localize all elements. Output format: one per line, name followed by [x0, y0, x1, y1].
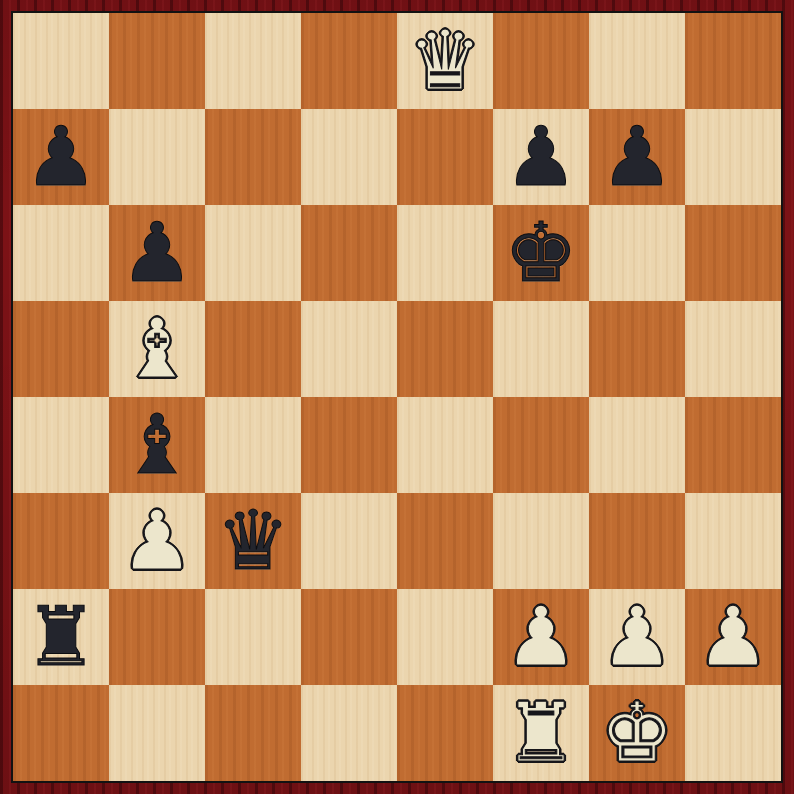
- chess-board-frame: ♛♟♟♟♟♚♝♝♟♛♜♟♟♟♜♚: [0, 0, 794, 794]
- square-d8[interactable]: [301, 13, 397, 109]
- square-a2[interactable]: ♜: [13, 589, 109, 685]
- piece-white-pawn-b3[interactable]: ♟: [120, 493, 194, 589]
- piece-white-rook-f1[interactable]: ♜: [504, 685, 578, 781]
- square-d5[interactable]: [301, 301, 397, 397]
- square-h5[interactable]: [685, 301, 781, 397]
- square-d6[interactable]: [301, 205, 397, 301]
- square-f3[interactable]: [493, 493, 589, 589]
- square-h6[interactable]: [685, 205, 781, 301]
- square-f7[interactable]: ♟: [493, 109, 589, 205]
- square-e8[interactable]: ♛: [397, 13, 493, 109]
- piece-white-pawn-g2[interactable]: ♟: [600, 589, 674, 685]
- square-g1[interactable]: ♚: [589, 685, 685, 781]
- square-f6[interactable]: ♚: [493, 205, 589, 301]
- square-d2[interactable]: [301, 589, 397, 685]
- square-a6[interactable]: [13, 205, 109, 301]
- square-e6[interactable]: [397, 205, 493, 301]
- square-g4[interactable]: [589, 397, 685, 493]
- square-d1[interactable]: [301, 685, 397, 781]
- piece-black-pawn-a7[interactable]: ♟: [24, 109, 98, 205]
- square-e5[interactable]: [397, 301, 493, 397]
- square-b4[interactable]: ♝: [109, 397, 205, 493]
- piece-black-rook-a2[interactable]: ♜: [24, 589, 98, 685]
- square-g3[interactable]: [589, 493, 685, 589]
- square-b7[interactable]: [109, 109, 205, 205]
- square-e2[interactable]: [397, 589, 493, 685]
- piece-black-king-f6[interactable]: ♚: [504, 205, 578, 301]
- square-g5[interactable]: [589, 301, 685, 397]
- square-h4[interactable]: [685, 397, 781, 493]
- square-b5[interactable]: ♝: [109, 301, 205, 397]
- square-a5[interactable]: [13, 301, 109, 397]
- square-g2[interactable]: ♟: [589, 589, 685, 685]
- square-b8[interactable]: [109, 13, 205, 109]
- square-c1[interactable]: [205, 685, 301, 781]
- square-b6[interactable]: ♟: [109, 205, 205, 301]
- square-d7[interactable]: [301, 109, 397, 205]
- square-e7[interactable]: [397, 109, 493, 205]
- piece-white-king-g1[interactable]: ♚: [600, 685, 674, 781]
- square-c4[interactable]: [205, 397, 301, 493]
- piece-black-queen-c3[interactable]: ♛: [216, 493, 290, 589]
- square-c6[interactable]: [205, 205, 301, 301]
- square-e3[interactable]: [397, 493, 493, 589]
- piece-white-pawn-f2[interactable]: ♟: [504, 589, 578, 685]
- chess-board: ♛♟♟♟♟♚♝♝♟♛♜♟♟♟♜♚: [11, 11, 783, 783]
- square-f8[interactable]: [493, 13, 589, 109]
- square-e1[interactable]: [397, 685, 493, 781]
- piece-white-bishop-b5[interactable]: ♝: [120, 301, 194, 397]
- square-g7[interactable]: ♟: [589, 109, 685, 205]
- square-c2[interactable]: [205, 589, 301, 685]
- piece-black-pawn-g7[interactable]: ♟: [600, 109, 674, 205]
- square-f5[interactable]: [493, 301, 589, 397]
- square-a4[interactable]: [13, 397, 109, 493]
- square-h8[interactable]: [685, 13, 781, 109]
- square-g6[interactable]: [589, 205, 685, 301]
- square-f2[interactable]: ♟: [493, 589, 589, 685]
- square-f1[interactable]: ♜: [493, 685, 589, 781]
- square-a1[interactable]: [13, 685, 109, 781]
- square-c7[interactable]: [205, 109, 301, 205]
- piece-white-pawn-h2[interactable]: ♟: [696, 589, 770, 685]
- square-b1[interactable]: [109, 685, 205, 781]
- square-c5[interactable]: [205, 301, 301, 397]
- square-h2[interactable]: ♟: [685, 589, 781, 685]
- square-b3[interactable]: ♟: [109, 493, 205, 589]
- piece-black-bishop-b4[interactable]: ♝: [120, 397, 194, 493]
- square-h1[interactable]: [685, 685, 781, 781]
- square-b2[interactable]: [109, 589, 205, 685]
- square-d3[interactable]: [301, 493, 397, 589]
- square-c3[interactable]: ♛: [205, 493, 301, 589]
- square-e4[interactable]: [397, 397, 493, 493]
- square-c8[interactable]: [205, 13, 301, 109]
- square-a7[interactable]: ♟: [13, 109, 109, 205]
- square-f4[interactable]: [493, 397, 589, 493]
- square-h3[interactable]: [685, 493, 781, 589]
- piece-white-queen-e8[interactable]: ♛: [408, 13, 482, 109]
- square-a3[interactable]: [13, 493, 109, 589]
- square-a8[interactable]: [13, 13, 109, 109]
- square-h7[interactable]: [685, 109, 781, 205]
- piece-black-pawn-b6[interactable]: ♟: [120, 205, 194, 301]
- square-d4[interactable]: [301, 397, 397, 493]
- piece-black-pawn-f7[interactable]: ♟: [504, 109, 578, 205]
- square-g8[interactable]: [589, 13, 685, 109]
